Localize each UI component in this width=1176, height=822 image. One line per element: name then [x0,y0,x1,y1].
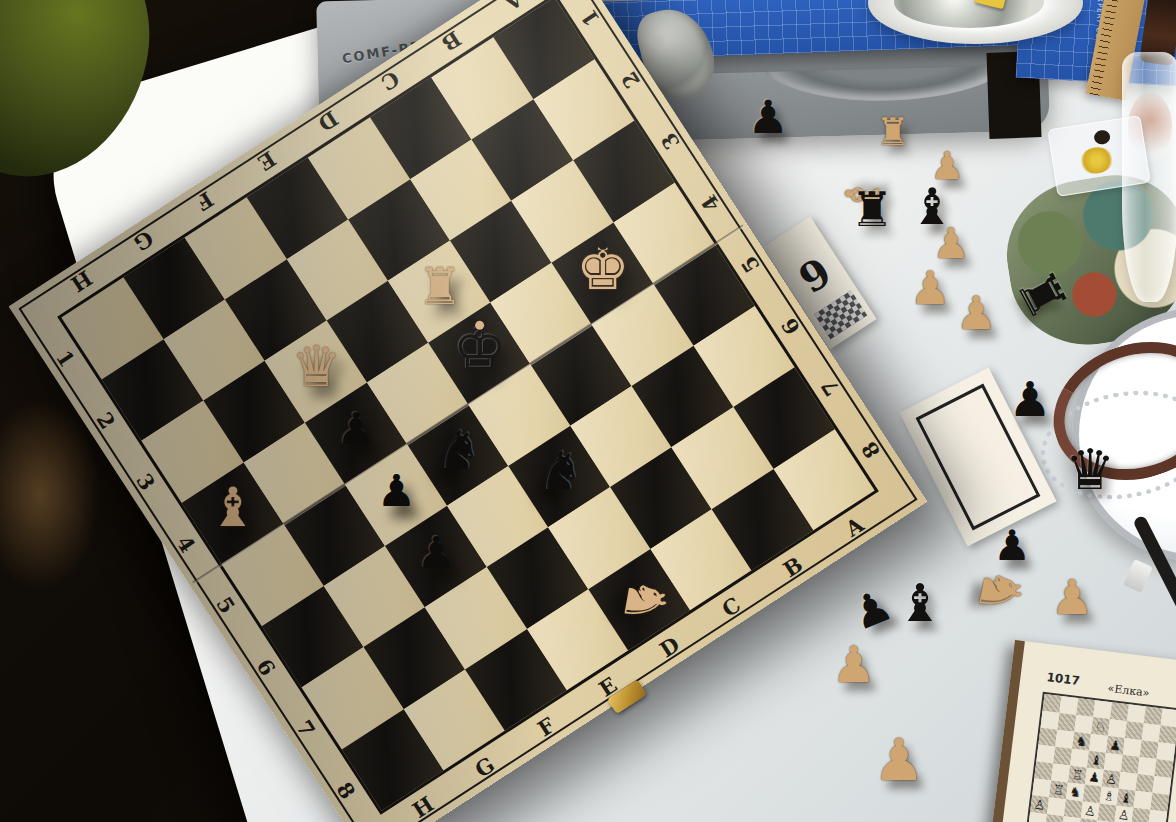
offboard-white-pawn[interactable]: ♟ [832,640,877,690]
book-square [1150,793,1169,812]
card-number: 9 [790,248,839,303]
book-square [1036,745,1055,764]
chess-problem-book[interactable]: 1017 «Елка» ♘♞♟♝♖♟♙♖♞♗♝♙♙♙♔ [991,640,1176,822]
book-piece-d7: ♘ [1091,717,1110,736]
white-queen-f3[interactable]: ♛ [291,339,341,395]
white-king-b4[interactable]: ♚ [576,238,630,298]
offboard-white-pawn[interactable]: ♟ [873,731,925,789]
black-pawn-f4[interactable]: ♟ [336,408,375,452]
white-knight-d8-toppled[interactable]: ♞ [614,573,676,630]
offboard-black-pawn[interactable]: ♟ [747,94,788,140]
offboard-black-pawn[interactable]: ♟ [993,525,1031,567]
book-piece-d4: ♟ [1085,768,1104,787]
book-piece-e3: ♗ [1100,787,1119,806]
offboard-black-rook[interactable]: ♜ [850,185,893,233]
book-square: ♞ [1072,732,1091,751]
book-piece-c3: ♞ [1066,782,1085,801]
book-square: ♝ [1117,789,1136,808]
book-square [1125,721,1144,740]
book-piece-c4: ♖ [1068,766,1087,785]
black-knight-d6[interactable]: ♞ [535,445,583,499]
foil-on-plate [894,0,1044,28]
book-square: ♖ [1068,766,1087,785]
book-square [1121,755,1140,774]
offboard-white-pawn[interactable]: ♟ [1050,573,1093,621]
book-square [1076,698,1095,717]
scene: COMF-PRO EXPERT CUTTING MAT A3 9 1017 «Е… [0,0,1176,822]
book-square [1135,774,1154,793]
book-piece-b3: ♖ [1049,780,1068,799]
black-king-d4[interactable]: ♚ [453,318,507,378]
book-square [1131,808,1150,822]
book-square [1070,749,1089,768]
book-square: ♘ [1091,717,1110,736]
book-square [1142,723,1161,742]
book-square: ♙ [1030,795,1049,814]
book-piece-c6: ♞ [1072,732,1091,751]
book-square: ♟ [1085,768,1104,787]
book-square [1032,778,1051,797]
book-square: ♟ [1106,736,1125,755]
book-square [1098,803,1117,822]
dark-seed [1093,129,1111,145]
black-pawn-f5[interactable]: ♟ [376,469,415,513]
book-square [1040,711,1059,730]
book-problem-number: 1017 [1046,670,1081,688]
book-square [1093,700,1112,719]
book-piece-f2: ♙ [1114,806,1133,822]
book-square: ♙ [1114,806,1133,822]
dried-flower [1078,145,1116,176]
book-square [1051,764,1070,783]
book-square [1055,730,1074,749]
book-square [1034,761,1053,780]
offboard-black-pawn[interactable]: ♟ [1008,375,1051,423]
book-square [1110,702,1129,721]
black-pawn-f6[interactable]: ♟ [416,531,455,575]
book-square [1108,719,1127,738]
book-square [1045,814,1064,822]
book-diagram-board: ♘♞♟♝♖♟♙♖♞♗♝♙♙♙♔ [1026,692,1176,822]
book-square [1062,816,1081,822]
book-square [1104,753,1123,772]
book-square: ♖ [1049,780,1068,799]
book-square [1028,812,1047,822]
book-square: ♞ [1066,782,1085,801]
book-square [1144,706,1163,725]
book-square [1152,776,1171,795]
book-piece-a2: ♙ [1030,795,1049,814]
book-square [1038,728,1057,747]
book-square [1043,694,1062,713]
book-square [1089,734,1108,753]
offboard-black-bishop[interactable]: ♝ [897,577,944,629]
black-knight-e5[interactable]: ♞ [434,423,482,477]
book-square [1148,810,1167,822]
book-square [1119,772,1138,791]
book-square: ♗ [1100,787,1119,806]
white-bishop-h4[interactable]: ♝ [209,482,257,536]
book-square [1047,797,1066,816]
book-square [1133,791,1152,810]
book-square [1154,759,1173,778]
offboard-white-pawn[interactable]: ♟ [932,223,970,265]
book-problem-title: «Елка» [1107,682,1150,700]
offboard-white-pawn[interactable]: ♟ [909,265,950,311]
offboard-white-pawn[interactable]: ♟ [955,290,996,336]
book-piece-e6: ♟ [1106,736,1125,755]
book-piece-f3: ♝ [1117,789,1136,808]
book-square [1057,713,1076,732]
book-square [1161,708,1176,727]
book-square [1059,696,1078,715]
book-square [1127,704,1146,723]
white-rook-d3[interactable]: ♜ [417,262,462,312]
book-square [1138,757,1157,776]
book-square [1157,742,1176,761]
offboard-white-rook[interactable]: ♜ [876,113,910,151]
book-square: ♝ [1087,751,1106,770]
book-piece-d5: ♝ [1087,751,1106,770]
offboard-black-queen[interactable]: ♛ [1065,442,1115,498]
clear-pouch [1047,115,1150,197]
book-square [1083,785,1102,804]
book-square [1159,725,1176,744]
